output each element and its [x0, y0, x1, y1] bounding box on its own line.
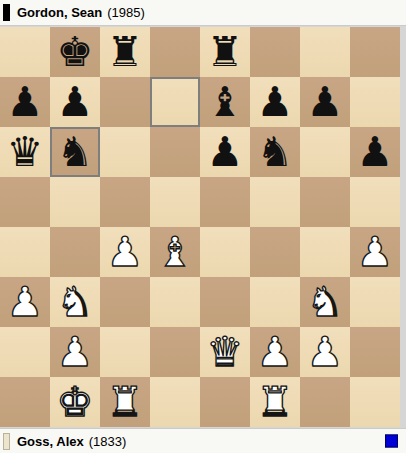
square-d3[interactable]: [150, 277, 200, 327]
square-f7[interactable]: ♟: [250, 77, 300, 127]
square-f1[interactable]: ♜: [250, 377, 300, 427]
square-b8[interactable]: ♚: [50, 27, 100, 77]
square-d2[interactable]: [150, 327, 200, 377]
square-a1[interactable]: [0, 377, 50, 427]
black-player-bar: Gordon, Sean (1985): [0, 0, 406, 26]
piece-white-knight[interactable]: ♞: [307, 277, 344, 327]
square-f4[interactable]: [250, 227, 300, 277]
square-e7[interactable]: ♝: [200, 77, 250, 127]
square-b1[interactable]: ♚: [50, 377, 100, 427]
square-e2[interactable]: ♛: [200, 327, 250, 377]
square-b3[interactable]: ♞: [50, 277, 100, 327]
square-e8[interactable]: ♜: [200, 27, 250, 77]
square-c1[interactable]: ♜: [100, 377, 150, 427]
square-g8[interactable]: [300, 27, 350, 77]
square-g5[interactable]: [300, 177, 350, 227]
piece-black-knight[interactable]: ♞: [57, 127, 94, 177]
piece-white-knight[interactable]: ♞: [57, 277, 94, 327]
square-h1[interactable]: [350, 377, 400, 427]
square-g7[interactable]: ♟: [300, 77, 350, 127]
square-e5[interactable]: [200, 177, 250, 227]
piece-black-king[interactable]: ♚: [57, 27, 94, 77]
chess-gui-window: Gordon, Sean (1985) ♚♜♜♟♟♝♟♟♛♞♟♞♟♟♝♟♟♞♞♟…: [0, 0, 406, 453]
square-a2[interactable]: [0, 327, 50, 377]
square-g3[interactable]: ♞: [300, 277, 350, 327]
square-g2[interactable]: ♟: [300, 327, 350, 377]
piece-black-pawn[interactable]: ♟: [257, 77, 294, 127]
square-b4[interactable]: [50, 227, 100, 277]
square-c2[interactable]: [100, 327, 150, 377]
piece-black-pawn[interactable]: ♟: [207, 127, 244, 177]
square-d6[interactable]: [150, 127, 200, 177]
square-a5[interactable]: [0, 177, 50, 227]
white-player-bar: Goss, Alex (1833): [0, 428, 406, 453]
square-g4[interactable]: [300, 227, 350, 277]
square-h2[interactable]: [350, 327, 400, 377]
square-f3[interactable]: [250, 277, 300, 327]
square-a8[interactable]: [0, 27, 50, 77]
white-player-color-icon: [3, 433, 10, 450]
square-e6[interactable]: ♟: [200, 127, 250, 177]
black-player-rating: (1985): [107, 5, 145, 20]
piece-white-pawn[interactable]: ♟: [57, 327, 94, 377]
square-d7[interactable]: [150, 77, 200, 127]
piece-black-pawn[interactable]: ♟: [307, 77, 344, 127]
square-g6[interactable]: [300, 127, 350, 177]
piece-black-pawn[interactable]: ♟: [357, 127, 394, 177]
square-c8[interactable]: ♜: [100, 27, 150, 77]
square-b7[interactable]: ♟: [50, 77, 100, 127]
square-b6[interactable]: ♞: [50, 127, 100, 177]
square-a4[interactable]: [0, 227, 50, 277]
square-d4[interactable]: ♝: [150, 227, 200, 277]
piece-black-queen[interactable]: ♛: [7, 127, 44, 177]
piece-white-rook[interactable]: ♜: [257, 377, 294, 427]
square-e4[interactable]: [200, 227, 250, 277]
black-player-color-icon: [3, 4, 10, 21]
square-a3[interactable]: ♟: [0, 277, 50, 327]
piece-black-pawn[interactable]: ♟: [57, 77, 94, 127]
square-c4[interactable]: ♟: [100, 227, 150, 277]
piece-white-rook[interactable]: ♜: [107, 377, 144, 427]
piece-white-pawn[interactable]: ♟: [107, 227, 144, 277]
piece-white-pawn[interactable]: ♟: [307, 327, 344, 377]
piece-white-pawn[interactable]: ♟: [7, 277, 44, 327]
square-c3[interactable]: [100, 277, 150, 327]
square-h6[interactable]: ♟: [350, 127, 400, 177]
square-h4[interactable]: ♟: [350, 227, 400, 277]
square-a6[interactable]: ♛: [0, 127, 50, 177]
square-b2[interactable]: ♟: [50, 327, 100, 377]
piece-white-queen[interactable]: ♛: [207, 327, 244, 377]
piece-white-pawn[interactable]: ♟: [357, 227, 394, 277]
square-c6[interactable]: [100, 127, 150, 177]
piece-black-pawn[interactable]: ♟: [7, 77, 44, 127]
square-a7[interactable]: ♟: [0, 77, 50, 127]
turn-indicator-icon: [385, 435, 398, 448]
white-player-rating: (1833): [89, 434, 127, 449]
square-e3[interactable]: [200, 277, 250, 327]
square-h3[interactable]: [350, 277, 400, 327]
chess-board: ♚♜♜♟♟♝♟♟♛♞♟♞♟♟♝♟♟♞♞♟♛♟♟♚♜♜: [0, 27, 400, 427]
piece-black-bishop[interactable]: ♝: [207, 77, 244, 127]
square-c7[interactable]: [100, 77, 150, 127]
square-f8[interactable]: [250, 27, 300, 77]
square-d8[interactable]: [150, 27, 200, 77]
square-d1[interactable]: [150, 377, 200, 427]
square-f6[interactable]: ♞: [250, 127, 300, 177]
piece-black-knight[interactable]: ♞: [257, 127, 294, 177]
square-h5[interactable]: [350, 177, 400, 227]
square-f5[interactable]: [250, 177, 300, 227]
piece-white-bishop[interactable]: ♝: [157, 227, 194, 277]
piece-white-king[interactable]: ♚: [57, 377, 94, 427]
piece-white-pawn[interactable]: ♟: [257, 327, 294, 377]
square-c5[interactable]: [100, 177, 150, 227]
square-h8[interactable]: [350, 27, 400, 77]
square-f2[interactable]: ♟: [250, 327, 300, 377]
white-player-name: Goss, Alex: [17, 434, 84, 449]
square-e1[interactable]: [200, 377, 250, 427]
square-b5[interactable]: [50, 177, 100, 227]
square-h7[interactable]: [350, 77, 400, 127]
black-player-name: Gordon, Sean: [17, 5, 102, 20]
piece-black-rook[interactable]: ♜: [207, 27, 244, 77]
square-d5[interactable]: [150, 177, 200, 227]
piece-black-rook[interactable]: ♜: [107, 27, 144, 77]
square-g1[interactable]: [300, 377, 350, 427]
